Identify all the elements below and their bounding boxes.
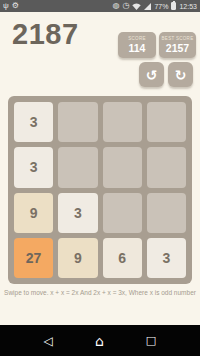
tile-3: 3 [58,193,97,233]
recents-icon[interactable]: □ [146,335,156,346]
android-nav-bar: ◁ ⌂ □ [0,325,200,356]
tile-3: 3 [14,102,53,142]
best-score-value: 2157 [166,42,189,55]
score-badge: SCORE 114 [118,32,156,58]
gear-icon: ⚙ [12,2,19,10]
restart-icon: ↻ [175,67,187,83]
undo-button[interactable]: ↺ [139,62,164,87]
tile-6: 6 [103,238,142,278]
battery-percent: 77% [154,3,168,10]
tile-3: 3 [147,238,186,278]
best-score-badge: BEST SCORE 2157 [159,32,196,58]
score-value: 114 [129,42,146,55]
clock-time: 12:53 [179,3,197,10]
status-bar: ψ ⚙ ◍ ◷ 77% 12:53 [0,0,200,12]
empty-cell [58,147,97,187]
battery-icon [171,2,176,10]
status-bar-right: ◍ ◷ 77% 12:53 [112,2,197,10]
page-title: 2187 [12,18,79,51]
app-screen: ψ ⚙ ◍ ◷ 77% 12:53 2187 SCORE 114 BEST SC… [0,0,200,356]
tile-3: 3 [14,147,53,187]
empty-cell [147,102,186,142]
tile-9: 9 [58,238,97,278]
empty-cell [103,102,142,142]
status-bar-left: ψ ⚙ [3,2,19,10]
empty-cell [147,147,186,187]
empty-cell [58,102,97,142]
usb-icon: ψ [3,2,9,10]
back-icon[interactable]: ◁ [44,335,53,347]
instructions-text: Swipe to move. x + x = 2x And 2x + x = 3… [0,289,200,296]
empty-cell [103,193,142,233]
tile-9: 9 [14,193,53,233]
home-icon[interactable]: ⌂ [95,334,104,348]
alarm-icon: ◷ [122,2,129,10]
game-board[interactable]: 339327963 [8,96,192,284]
undo-icon: ↺ [146,67,158,83]
data-saver-icon: ◍ [112,2,119,10]
empty-cell [147,193,186,233]
cell-signal-icon [144,3,151,10]
tile-27: 27 [14,238,53,278]
empty-cell [103,147,142,187]
restart-button[interactable]: ↻ [168,62,193,87]
wifi-icon [132,3,141,10]
